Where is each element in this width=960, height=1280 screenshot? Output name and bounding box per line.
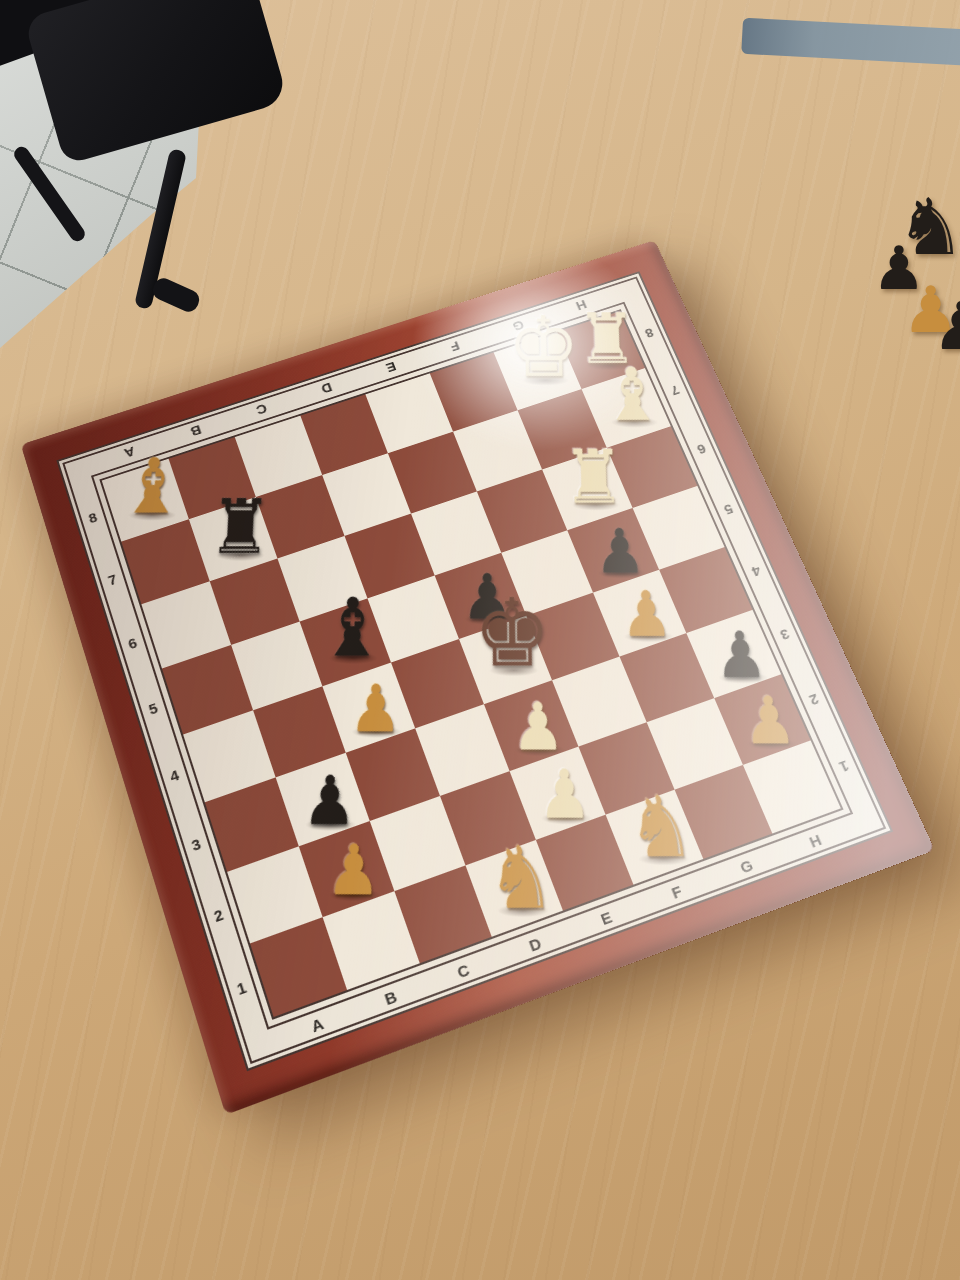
piece-white-pawn-h2[interactable]: ♟ (730, 673, 808, 754)
piece-white-pawn-c4[interactable]: ♟ (338, 661, 412, 742)
board-grid: ♝♚♜♜♝♜♝♟♟♟♚♟♟♟♟♟♟♟♞♞ (99, 309, 843, 1020)
board-grid-frame: ♝♚♜♜♝♜♝♟♟♟♚♟♟♟♟♟♟♟♞♞ (91, 302, 853, 1030)
piece-black-king-e4[interactable]: ♚ (476, 601, 549, 680)
chair-foot (150, 275, 203, 315)
board-label-band: ♝♚♜♜♝♜♝♟♟♟♚♟♟♟♟♟♟♟♞♞ ABCDEFGHABCDEFGH876… (62, 277, 886, 1065)
background-chair-edge (741, 18, 960, 67)
piece-white-knight-f1[interactable]: ♞ (622, 784, 700, 869)
piece-white-bishop-h7[interactable]: ♝ (597, 360, 668, 431)
chess-board: ♝♚♜♜♝♜♝♟♟♟♚♟♟♟♟♟♟♟♞♞ ABCDEFGHABCDEFGH876… (21, 240, 935, 1115)
board-border-band: ♝♚♜♜♝♜♝♟♟♟♚♟♟♟♟♟♟♟♞♞ ABCDEFGHABCDEFGH876… (56, 271, 893, 1071)
piece-white-knight-d1[interactable]: ♞ (483, 835, 560, 922)
piece-white-bishop-a8[interactable]: ♝ (115, 450, 190, 524)
square-a8[interactable]: ♝ (102, 459, 189, 542)
captured-black-pawn[interactable]: ♟ (932, 294, 960, 360)
piece-white-king-g8[interactable]: ♚ (509, 319, 578, 389)
piece-white-pawn-g4[interactable]: ♟ (609, 568, 684, 646)
piece-white-pawn-e2[interactable]: ♟ (527, 745, 603, 829)
photo-scene: chess ♝♚♜♜♝♜♝♟♟♟♚♟♟♟♟♟♟♟♞♞ ABCDEFGHABCDE… (0, 0, 960, 1280)
piece-white-pawn-b2[interactable]: ♟ (315, 819, 392, 905)
piece-white-rook-g6[interactable]: ♜ (558, 440, 630, 514)
piece-black-rook-b7[interactable]: ♜ (203, 489, 277, 564)
board-frame: ♝♚♜♜♝♜♝♟♟♟♚♟♟♟♟♟♟♟♞♞ ABCDEFGHABCDEFGH876… (21, 240, 935, 1115)
piece-black-bishop-c5[interactable]: ♝ (315, 589, 389, 667)
